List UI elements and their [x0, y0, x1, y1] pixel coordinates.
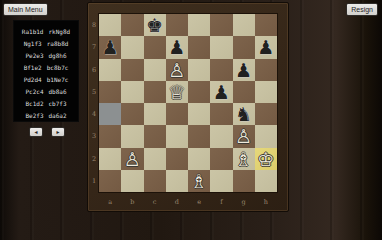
move-row: Pd2d4b1Ne7c: [14, 73, 78, 85]
rank-label: 2: [89, 148, 99, 170]
square-c1[interactable]: [144, 170, 166, 192]
square-a8[interactable]: [99, 14, 121, 36]
black-move-text: ra8b8d: [47, 40, 69, 47]
black-move-text: bc8b7c: [47, 64, 69, 71]
rank-label: 8: [89, 14, 99, 36]
resign-button[interactable]: Resign: [346, 3, 378, 16]
white-move-text: Be2f3: [25, 112, 43, 119]
white-move-text: Bc1d2: [25, 100, 43, 107]
move-row: Ra1b1drkNg8d: [14, 25, 78, 37]
square-c8[interactable]: ♚: [144, 14, 166, 36]
square-g4[interactable]: ♞: [233, 103, 255, 125]
file-label: g: [233, 193, 255, 210]
white-move-text: Pe2e3: [25, 52, 43, 59]
move-row: Ng1f3ra8b8d: [14, 37, 78, 49]
square-f3[interactable]: [210, 125, 232, 147]
black-knight[interactable]: ♞: [235, 103, 252, 125]
square-d1[interactable]: [166, 170, 188, 192]
black-move-text: b1Ne7c: [47, 76, 69, 83]
square-h3[interactable]: [255, 125, 277, 147]
square-h5[interactable]: [255, 81, 277, 103]
square-e8[interactable]: [188, 14, 210, 36]
move-history-panel: Ra1b1drkNg8dNg1f3ra8b8dPe2e3dg8h6Bf1e2bc…: [13, 20, 79, 122]
square-c6[interactable]: [144, 59, 166, 81]
rank-label: 3: [89, 125, 99, 147]
square-d4[interactable]: [166, 103, 188, 125]
black-move-text: cb7f3: [49, 100, 67, 107]
square-b5[interactable]: [121, 81, 143, 103]
square-h8[interactable]: [255, 14, 277, 36]
square-b6[interactable]: [121, 59, 143, 81]
square-e6[interactable]: [188, 59, 210, 81]
file-labels: abcdefgh: [99, 193, 277, 210]
move-row: Pc2c4db8a6: [14, 85, 78, 97]
file-label: b: [121, 193, 143, 210]
move-history-next-button[interactable]: ►: [51, 127, 65, 137]
square-g3[interactable]: ♙: [233, 125, 255, 147]
file-label: h: [255, 193, 277, 210]
game-window: { "game": "chess", "position": { "fen": …: [0, 0, 382, 215]
rank-labels: 87654321: [89, 14, 99, 192]
black-king[interactable]: ♚: [146, 14, 163, 36]
square-a3[interactable]: [99, 125, 121, 147]
move-row: Pe2e3dg8h6: [14, 49, 78, 61]
square-g6[interactable]: ♟: [233, 59, 255, 81]
black-pawn[interactable]: ♟: [213, 81, 230, 103]
move-row: Be2f3da6a2: [14, 109, 78, 121]
square-c3[interactable]: [144, 125, 166, 147]
white-bishop[interactable]: ♗: [235, 148, 252, 170]
file-label: f: [210, 193, 232, 210]
square-h2[interactable]: ♔: [255, 148, 277, 170]
file-label: a: [99, 193, 121, 210]
square-d5[interactable]: ♕: [166, 81, 188, 103]
square-d2[interactable]: [166, 148, 188, 170]
white-queen[interactable]: ♕: [168, 81, 185, 103]
square-h1[interactable]: [255, 170, 277, 192]
square-e4[interactable]: [188, 103, 210, 125]
square-g8[interactable]: [233, 14, 255, 36]
white-move-text: Pc2c4: [25, 88, 43, 95]
square-e2[interactable]: [188, 148, 210, 170]
black-pawn[interactable]: ♟: [168, 36, 185, 58]
square-e7[interactable]: [188, 36, 210, 58]
square-g5[interactable]: [233, 81, 255, 103]
square-d8[interactable]: [166, 14, 188, 36]
white-king[interactable]: ♔: [257, 148, 274, 170]
white-move-text: Ra1b1d: [22, 28, 44, 35]
square-g7[interactable]: [233, 36, 255, 58]
square-d7[interactable]: ♟: [166, 36, 188, 58]
move-history-prev-button[interactable]: ◄: [29, 127, 43, 137]
rank-label: 1: [89, 170, 99, 192]
square-b3[interactable]: [121, 125, 143, 147]
black-pawn[interactable]: ♟: [235, 59, 252, 81]
white-bishop[interactable]: ♗: [191, 170, 208, 192]
square-a4[interactable]: [99, 103, 121, 125]
square-f2[interactable]: [210, 148, 232, 170]
white-move-text: Bf1e2: [24, 64, 42, 71]
square-b2[interactable]: ♙: [121, 148, 143, 170]
square-a1[interactable]: [99, 170, 121, 192]
square-c4[interactable]: [144, 103, 166, 125]
square-f5[interactable]: ♟: [210, 81, 232, 103]
file-label: c: [144, 193, 166, 210]
chess-board[interactable]: ♚♟♟♟♙♟♕♟♞♙♙♗♔♗: [99, 14, 277, 192]
square-b8[interactable]: [121, 14, 143, 36]
white-move-text: Ng1f3: [24, 40, 42, 47]
file-label: d: [166, 193, 188, 210]
white-pawn[interactable]: ♙: [124, 148, 141, 170]
black-move-text: dg8h6: [49, 52, 67, 59]
square-d3[interactable]: [166, 125, 188, 147]
square-e5[interactable]: [188, 81, 210, 103]
white-pawn[interactable]: ♙: [168, 59, 185, 81]
square-b1[interactable]: [121, 170, 143, 192]
square-f8[interactable]: [210, 14, 232, 36]
black-pawn[interactable]: ♟: [102, 36, 119, 58]
move-row: Bf1e2bc8b7c: [14, 61, 78, 73]
file-label: e: [188, 193, 210, 210]
square-e3[interactable]: [188, 125, 210, 147]
square-f4[interactable]: [210, 103, 232, 125]
black-move-text: rkNg8d: [49, 28, 71, 35]
square-a6[interactable]: [99, 59, 121, 81]
square-f7[interactable]: [210, 36, 232, 58]
main-menu-button[interactable]: Main Menu: [3, 3, 48, 16]
rank-label: 6: [89, 59, 99, 81]
square-f6[interactable]: [210, 59, 232, 81]
square-a5[interactable]: [99, 81, 121, 103]
square-h4[interactable]: [255, 103, 277, 125]
square-f1[interactable]: [210, 170, 232, 192]
white-pawn[interactable]: ♙: [235, 125, 252, 147]
rank-label: 7: [89, 36, 99, 58]
square-d6[interactable]: ♙: [166, 59, 188, 81]
square-c5[interactable]: [144, 81, 166, 103]
rank-label: 5: [89, 81, 99, 103]
square-a2[interactable]: [99, 148, 121, 170]
square-b4[interactable]: [121, 103, 143, 125]
chess-board-frame: 87654321 ♚♟♟♟♙♟♕♟♞♙♙♗♔♗ abcdefgh: [87, 2, 289, 212]
square-e1[interactable]: ♗: [188, 170, 210, 192]
square-a7[interactable]: ♟: [99, 36, 121, 58]
move-row: Bc1d2cb7f3: [14, 97, 78, 109]
square-c7[interactable]: [144, 36, 166, 58]
black-move-text: db8a6: [49, 88, 67, 95]
black-move-text: da6a2: [49, 112, 67, 119]
black-pawn[interactable]: ♟: [257, 36, 274, 58]
square-h7[interactable]: ♟: [255, 36, 277, 58]
square-c2[interactable]: [144, 148, 166, 170]
white-move-text: Pd2d4: [24, 76, 42, 83]
rank-label: 4: [89, 103, 99, 125]
square-g1[interactable]: [233, 170, 255, 192]
square-g2[interactable]: ♗: [233, 148, 255, 170]
square-b7[interactable]: [121, 36, 143, 58]
square-h6[interactable]: [255, 59, 277, 81]
